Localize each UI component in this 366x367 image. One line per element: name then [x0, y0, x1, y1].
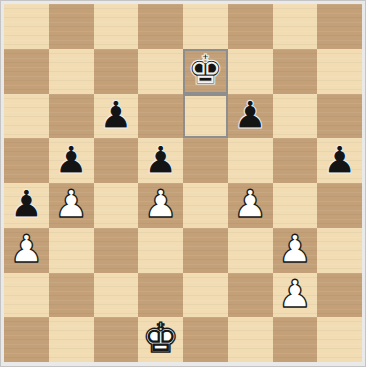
square-f3[interactable] — [228, 228, 273, 273]
square-f1[interactable] — [228, 317, 273, 362]
square-g2[interactable]: ♟ — [273, 273, 318, 318]
chess-board: ♚♟♟♟♟♟♟♟♟♟♟♟♟♚ — [4, 4, 362, 362]
square-g8[interactable] — [273, 4, 318, 49]
white-pawn: ♟ — [144, 185, 178, 223]
square-e8[interactable] — [183, 4, 228, 49]
white-pawn: ♟ — [233, 185, 267, 223]
square-d3[interactable] — [138, 228, 183, 273]
square-d6[interactable] — [138, 94, 183, 139]
square-e2[interactable] — [183, 273, 228, 318]
white-pawn: ♟ — [54, 185, 88, 223]
square-g1[interactable] — [273, 317, 318, 362]
square-f2[interactable] — [228, 273, 273, 318]
square-a1[interactable] — [4, 317, 49, 362]
square-c1[interactable] — [94, 317, 139, 362]
square-f4[interactable]: ♟ — [228, 183, 273, 228]
square-a6[interactable] — [4, 94, 49, 139]
square-b7[interactable] — [49, 49, 94, 94]
square-e3[interactable] — [183, 228, 228, 273]
square-b4[interactable]: ♟ — [49, 183, 94, 228]
square-g6[interactable] — [273, 94, 318, 139]
square-c7[interactable] — [94, 49, 139, 94]
square-h6[interactable] — [317, 94, 362, 139]
square-c4[interactable] — [94, 183, 139, 228]
square-b3[interactable] — [49, 228, 94, 273]
square-d7[interactable] — [138, 49, 183, 94]
square-e1[interactable] — [183, 317, 228, 362]
square-h8[interactable] — [317, 4, 362, 49]
square-c6[interactable]: ♟ — [94, 94, 139, 139]
square-a4[interactable]: ♟ — [4, 183, 49, 228]
black-king: ♚ — [187, 50, 224, 91]
square-b1[interactable] — [49, 317, 94, 362]
square-h1[interactable] — [317, 317, 362, 362]
square-d2[interactable] — [138, 273, 183, 318]
square-g4[interactable] — [273, 183, 318, 228]
board-frame: ♚♟♟♟♟♟♟♟♟♟♟♟♟♚ — [0, 0, 366, 367]
square-a8[interactable] — [4, 4, 49, 49]
white-king: ♚ — [142, 318, 179, 359]
square-a7[interactable] — [4, 49, 49, 94]
square-b5[interactable]: ♟ — [49, 138, 94, 183]
square-e7[interactable]: ♚ — [183, 49, 228, 94]
square-d8[interactable] — [138, 4, 183, 49]
square-h4[interactable] — [317, 183, 362, 228]
square-a3[interactable]: ♟ — [4, 228, 49, 273]
square-c3[interactable] — [94, 228, 139, 273]
square-f8[interactable] — [228, 4, 273, 49]
square-f7[interactable] — [228, 49, 273, 94]
square-g5[interactable] — [273, 138, 318, 183]
black-pawn: ♟ — [9, 185, 43, 223]
square-f6[interactable]: ♟ — [228, 94, 273, 139]
square-c8[interactable] — [94, 4, 139, 49]
white-pawn: ♟ — [9, 230, 43, 268]
square-h3[interactable] — [317, 228, 362, 273]
square-h7[interactable] — [317, 49, 362, 94]
square-d1[interactable]: ♚ — [138, 317, 183, 362]
white-pawn: ♟ — [278, 275, 312, 313]
square-a5[interactable] — [4, 138, 49, 183]
white-pawn: ♟ — [278, 230, 312, 268]
square-h2[interactable] — [317, 273, 362, 318]
square-h5[interactable]: ♟ — [317, 138, 362, 183]
black-pawn: ♟ — [99, 96, 133, 134]
square-e5[interactable] — [183, 138, 228, 183]
black-pawn: ♟ — [323, 141, 357, 179]
square-g3[interactable]: ♟ — [273, 228, 318, 273]
square-e6[interactable] — [183, 94, 228, 139]
black-pawn: ♟ — [144, 141, 178, 179]
square-b6[interactable] — [49, 94, 94, 139]
square-g7[interactable] — [273, 49, 318, 94]
square-a2[interactable] — [4, 273, 49, 318]
square-c2[interactable] — [94, 273, 139, 318]
square-b8[interactable] — [49, 4, 94, 49]
square-f5[interactable] — [228, 138, 273, 183]
square-c5[interactable] — [94, 138, 139, 183]
black-pawn: ♟ — [233, 96, 267, 134]
black-pawn: ♟ — [54, 141, 88, 179]
square-b2[interactable] — [49, 273, 94, 318]
square-e4[interactable] — [183, 183, 228, 228]
square-d5[interactable]: ♟ — [138, 138, 183, 183]
square-d4[interactable]: ♟ — [138, 183, 183, 228]
